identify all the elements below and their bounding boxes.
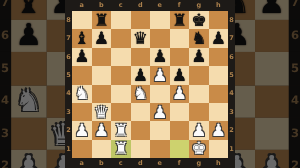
square-b2[interactable]: ♟ [92,121,112,139]
square-e1[interactable] [150,140,170,158]
piece-black-knight-g7[interactable]: ♞ [191,29,206,47]
piece-white-pawn-e5[interactable]: ♟ [152,66,167,84]
piece-black-queen-d7[interactable]: ♛ [133,29,148,47]
piece-white-rook-c2[interactable]: ♜ [113,121,128,139]
piece-white-knight-d4[interactable]: ♞ [133,85,148,103]
square-g8[interactable]: ♚ [189,11,209,29]
square-b8[interactable]: ♜ [92,11,112,29]
rank-label-right-2: 2 [289,150,300,168]
square-c8[interactable] [111,11,131,29]
rank-label-right-2: 2 [228,121,235,139]
square-h7: ♟ [254,0,289,19]
square-a4: ♞ [11,85,46,118]
piece-white-king-g1[interactable]: ♚ [191,140,206,158]
piece-white-rook-c1[interactable]: ♜ [113,140,128,158]
square-h2: ♟ [254,150,289,168]
piece-white-knight-a4[interactable]: ♞ [74,85,89,103]
square-d6[interactable] [131,48,151,66]
rank-label-left-3: 3 [0,118,11,151]
square-h4 [254,85,289,118]
rank-label-left-4: 4 [65,85,72,103]
frame-corner [228,158,235,168]
square-d3[interactable] [131,103,151,121]
rank-label-left-8: 8 [65,11,72,29]
piece-black-rook-b8[interactable]: ♜ [94,11,109,29]
square-a5[interactable] [72,66,92,84]
square-c5[interactable] [111,66,131,84]
square-a2[interactable]: ♟ [72,121,92,139]
square-f4[interactable]: ♟ [170,85,190,103]
frame-corner [228,0,235,11]
square-e8[interactable] [150,11,170,29]
square-g6[interactable]: ♟ [189,48,209,66]
piece-white-pawn-g2[interactable]: ♟ [191,121,206,139]
square-h5 [254,52,289,85]
file-label-top-e: e [150,0,170,11]
rank-label-left-4: 4 [0,85,11,118]
square-f2[interactable] [170,121,190,139]
square-f8[interactable]: ♜ [170,11,190,29]
file-label-bottom-f: f [170,158,190,168]
square-g1[interactable]: ♚ [189,140,209,158]
piece-black-pawn-b7[interactable]: ♟ [94,29,109,47]
rank-label-left-7: 7 [65,29,72,47]
rank-label-right-7: 7 [228,29,235,47]
piece-white-pawn-a2[interactable]: ♟ [74,121,89,139]
square-a6: ♟ [11,19,46,52]
rank-label-left-2: 2 [0,150,11,168]
file-label-bottom-c: c [111,158,131,168]
square-g3[interactable] [189,103,209,121]
square-f3[interactable] [170,103,190,121]
square-g4[interactable] [189,85,209,103]
square-a7[interactable]: ♝ [72,29,92,47]
square-f7[interactable] [170,29,190,47]
file-label-bottom-d: d [131,158,151,168]
rank-label-right-7: 7 [289,0,300,19]
square-c4[interactable] [111,85,131,103]
square-b7[interactable]: ♟ [92,29,112,47]
rank-label-right-5: 5 [228,66,235,84]
square-d1[interactable] [131,140,151,158]
file-label-top-h: h [209,0,229,11]
square-h4[interactable] [209,85,229,103]
piece-black-pawn-h7[interactable]: ♟ [211,29,226,47]
square-b3[interactable]: ♛ [92,103,112,121]
square-e3[interactable]: ♟ [150,103,170,121]
main-board-area: abcdefgh8♜♜♚87♝♟♛♞♟76♟♟♟65♟♟♟54♞♞♟43♛♟32… [65,0,235,168]
rank-label-left-6: 6 [65,48,72,66]
square-a8[interactable] [72,11,92,29]
square-a1[interactable] [72,140,92,158]
square-b4[interactable] [92,85,112,103]
square-g2[interactable]: ♟ [189,121,209,139]
file-label-top-b: b [92,0,112,11]
piece-black-pawn-d5[interactable]: ♟ [133,66,148,84]
square-g5[interactable] [189,66,209,84]
file-label-top-a: a [72,0,92,11]
piece-black-bishop-a7: ♝ [15,0,42,18]
file-label-bottom-g: g [189,158,209,168]
square-c1[interactable]: ♜ [111,140,131,158]
rank-label-left-5: 5 [0,52,11,85]
piece-white-pawn-f4[interactable]: ♟ [172,85,187,103]
rank-label-left-2: 2 [65,121,72,139]
piece-white-pawn-a2: ♟ [15,150,42,168]
square-h7[interactable]: ♟ [209,29,229,47]
square-b6[interactable] [92,48,112,66]
file-label-top-d: d [131,0,151,11]
file-label-bottom-a: a [72,158,92,168]
square-h3 [254,118,289,151]
square-a3[interactable] [72,103,92,121]
square-c6[interactable] [111,48,131,66]
square-h1[interactable] [209,140,229,158]
square-h6[interactable] [209,48,229,66]
rank-label-right-5: 5 [289,52,300,85]
square-g7[interactable]: ♞ [189,29,209,47]
square-d4[interactable]: ♞ [131,85,151,103]
square-c7[interactable] [111,29,131,47]
file-label-bottom-b: b [92,158,112,168]
square-e5[interactable]: ♟ [150,66,170,84]
piece-black-pawn-a6[interactable]: ♟ [74,48,89,66]
square-e4[interactable] [150,85,170,103]
square-f6[interactable] [170,48,190,66]
rank-label-right-3: 3 [289,118,300,151]
square-e7[interactable] [150,29,170,47]
file-label-bottom-h: h [209,158,229,168]
file-label-top-f: f [170,0,190,11]
square-a7: ♝ [11,0,46,19]
square-a5 [11,52,46,85]
square-e2[interactable] [150,121,170,139]
square-c3[interactable] [111,103,131,121]
square-a3 [11,118,46,151]
piece-white-pawn-b2[interactable]: ♟ [94,121,109,139]
piece-black-king-g8[interactable]: ♚ [191,11,206,29]
rank-label-right-6: 6 [289,19,300,52]
file-label-bottom-e: e [150,158,170,168]
rank-label-right-6: 6 [228,48,235,66]
rank-label-left-3: 3 [65,103,72,121]
frame-corner [65,158,72,168]
square-d5[interactable]: ♟ [131,66,151,84]
square-a4[interactable]: ♞ [72,85,92,103]
rank-label-right-3: 3 [228,103,235,121]
square-h2[interactable]: ♟ [209,121,229,139]
rank-label-left-6: 6 [0,19,11,52]
piece-white-knight-a4: ♞ [15,85,42,116]
piece-black-rook-f8[interactable]: ♜ [172,11,187,29]
square-f1[interactable] [170,140,190,158]
piece-white-pawn-h2[interactable]: ♟ [211,121,226,139]
square-h5[interactable] [209,66,229,84]
square-d2[interactable] [131,121,151,139]
piece-white-queen-b3[interactable]: ♛ [94,103,109,121]
piece-black-pawn-g6[interactable]: ♟ [191,48,206,66]
piece-white-pawn-e3[interactable]: ♟ [152,103,167,121]
square-b5[interactable] [92,66,112,84]
stage: abcdefgh8♜♜♚87♝♟♛♞♟76♟♟♟65♟♟♟54♞♞♟43♛♟32… [0,0,300,168]
file-label-top-g: g [189,0,209,11]
square-h6 [254,19,289,52]
rank-label-left-1: 1 [65,140,72,158]
piece-white-pawn-h2: ♟ [258,150,285,168]
square-a2: ♟ [11,150,46,168]
chess-board: abcdefgh8♜♜♚87♝♟♛♞♟76♟♟♟65♟♟♟54♞♞♟43♛♟32… [65,0,235,168]
rank-label-right-4: 4 [228,85,235,103]
file-label-top-c: c [111,0,131,11]
piece-black-pawn-e6[interactable]: ♟ [152,48,167,66]
square-d7[interactable]: ♛ [131,29,151,47]
piece-black-pawn-f5[interactable]: ♟ [172,66,187,84]
square-f5[interactable]: ♟ [170,66,190,84]
piece-black-pawn-h7: ♟ [258,0,285,18]
frame-corner [65,0,72,11]
square-d8[interactable] [131,11,151,29]
square-b1[interactable] [92,140,112,158]
rank-label-left-7: 7 [0,0,11,19]
piece-black-bishop-a7[interactable]: ♝ [74,29,89,47]
rank-label-right-1: 1 [228,140,235,158]
square-h3[interactable] [209,103,229,121]
square-c2[interactable]: ♜ [111,121,131,139]
square-e6[interactable]: ♟ [150,48,170,66]
rank-label-right-4: 4 [289,85,300,118]
square-a6[interactable]: ♟ [72,48,92,66]
piece-black-pawn-a6: ♟ [15,19,42,50]
rank-label-right-8: 8 [228,11,235,29]
rank-label-left-5: 5 [65,66,72,84]
square-h8[interactable] [209,11,229,29]
